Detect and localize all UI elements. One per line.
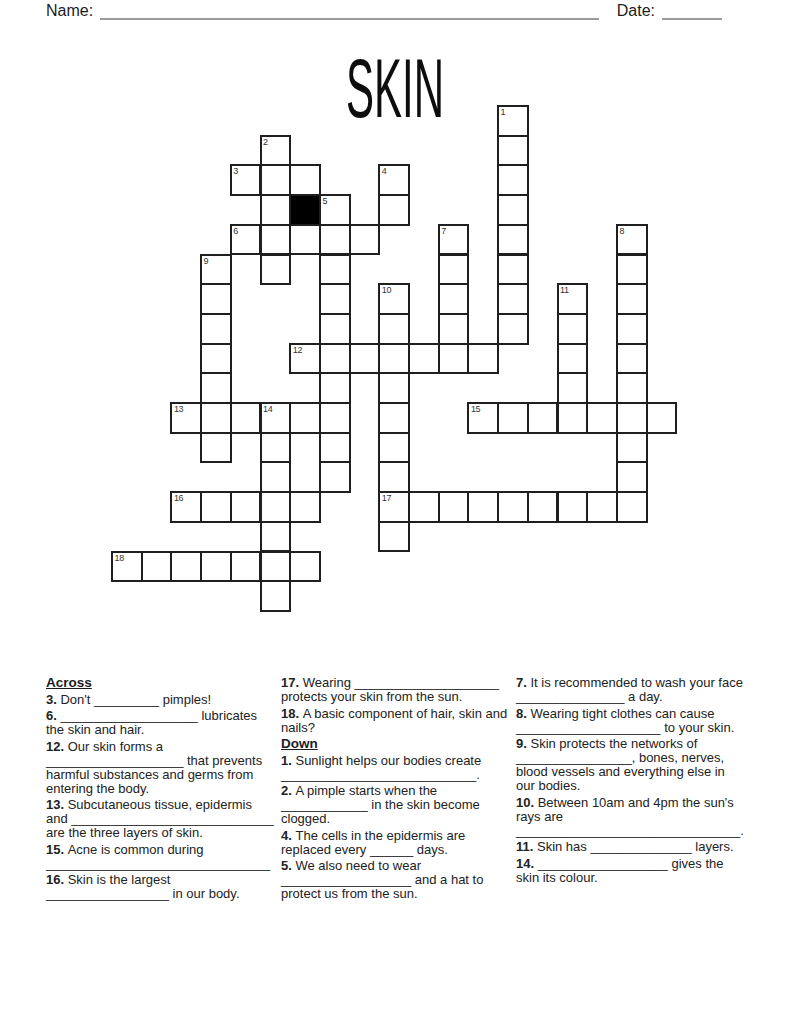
grid-cell[interactable] <box>408 343 440 375</box>
grid-cell[interactable] <box>616 432 648 464</box>
grid-cell[interactable] <box>527 491 559 523</box>
grid-cell[interactable] <box>497 491 529 523</box>
down-heading: Down <box>281 737 509 752</box>
clue-number: 2 <box>263 137 268 147</box>
clue-down-5: 5. We also need to wear ________________… <box>281 859 509 901</box>
clue-across-13: 13. Subcutaneous tissue, epidermis and _… <box>46 798 274 840</box>
grid-cell[interactable] <box>557 402 589 434</box>
clue-down-14: 14. __________________ gives the skin it… <box>516 857 744 885</box>
grid-cell[interactable] <box>378 313 410 345</box>
clue-number: 16 <box>174 493 183 503</box>
clue-down-9: 9. Skin protects the networks of _______… <box>516 737 744 793</box>
clue-across-15: 15. Acne is common during ______________… <box>46 843 274 871</box>
across-heading: Across <box>46 676 274 691</box>
clue-down-8: 8. Wearing tight clothes can cause _____… <box>516 707 744 735</box>
grid-cell[interactable] <box>616 283 648 315</box>
grid-cell[interactable] <box>319 283 351 315</box>
clue-across-16: 16. Skin is the largest ________________… <box>46 873 274 901</box>
grid-cell[interactable] <box>497 402 529 434</box>
grid-cell[interactable]: 5 <box>319 194 351 226</box>
grid-cell[interactable] <box>319 432 351 464</box>
grid-cell[interactable]: 15 <box>467 402 499 434</box>
clue-down-11: 11. Skin has ______________ layers. <box>516 840 744 854</box>
grid-cell[interactable] <box>230 551 262 583</box>
clue-number: 18 <box>115 553 124 563</box>
clue-down-7: 7. It is recommended to wash your face _… <box>516 676 744 704</box>
grid-cell[interactable] <box>319 254 351 286</box>
grid-cell[interactable]: 10 <box>378 283 410 315</box>
clue-number: 3 <box>233 166 238 176</box>
grid-cell[interactable] <box>289 164 321 196</box>
date-label: Date: <box>617 2 662 20</box>
grid-cell[interactable]: 1 <box>497 105 529 137</box>
grid-cell[interactable] <box>497 254 529 286</box>
grid-cell[interactable] <box>200 313 232 345</box>
grid-cell[interactable] <box>200 372 232 404</box>
grid-cell[interactable] <box>319 402 351 434</box>
clue-number: 10 <box>382 285 391 295</box>
clues-column-2: 17. Wearing ____________________ protect… <box>281 676 509 904</box>
grid-cell[interactable]: 7 <box>438 224 470 256</box>
clue-across-12: 12. Our skin forms a ___________________… <box>46 740 274 796</box>
grid-cell[interactable] <box>497 283 529 315</box>
grid-cell[interactable] <box>349 224 381 256</box>
grid-cell[interactable] <box>646 402 678 434</box>
grid-cell[interactable]: 14 <box>260 402 292 434</box>
grid-cell[interactable]: 4 <box>378 164 410 196</box>
grid-cell[interactable] <box>438 313 470 345</box>
name-label: Name: <box>46 2 100 20</box>
grid-cell[interactable]: 16 <box>170 491 202 523</box>
header: Name: Date: <box>46 2 722 20</box>
clue-number: 5 <box>322 196 327 206</box>
grid-cell[interactable] <box>319 461 351 493</box>
grid-cell[interactable] <box>527 402 559 434</box>
grid-cell[interactable] <box>438 283 470 315</box>
grid-cell[interactable] <box>378 402 410 434</box>
grid-cell[interactable] <box>378 372 410 404</box>
grid-cell[interactable] <box>497 313 529 345</box>
clues-column-3: 7. It is recommended to wash your face _… <box>516 676 744 904</box>
grid-cell[interactable]: 8 <box>616 224 648 256</box>
clue-number: 17 <box>382 493 391 503</box>
grid-cell[interactable]: 2 <box>260 135 292 167</box>
clue-across-18: 18. A basic component of hair, skin and … <box>281 707 509 735</box>
grid-cell[interactable]: 11 <box>557 283 589 315</box>
clue-number: 8 <box>619 226 624 236</box>
grid-cell[interactable] <box>260 194 292 226</box>
name-input-line[interactable] <box>100 4 599 20</box>
clue-across-17: 17. Wearing ____________________ protect… <box>281 676 509 704</box>
grid-cell[interactable] <box>260 164 292 196</box>
clue-number: 9 <box>204 256 209 266</box>
grid-cell[interactable] <box>497 135 529 167</box>
grid-cell[interactable]: 12 <box>289 343 321 375</box>
date-input-line[interactable] <box>662 4 722 20</box>
grid-cell[interactable]: 13 <box>170 402 202 434</box>
clue-number: 13 <box>174 404 183 414</box>
grid-cell[interactable] <box>170 551 202 583</box>
clue-number: 6 <box>233 226 238 236</box>
grid-cell[interactable] <box>319 313 351 345</box>
clue-across-6: 6. ___________________ lubricates the sk… <box>46 709 274 737</box>
grid-cell[interactable] <box>319 224 351 256</box>
grid-cell[interactable] <box>141 551 173 583</box>
grid-cell[interactable] <box>378 432 410 464</box>
grid-cell[interactable] <box>260 461 292 493</box>
clue-down-10: 10. Between 10am and 4pm the sun's rays … <box>516 796 744 838</box>
grid-cell[interactable] <box>557 313 589 345</box>
grid-cell[interactable] <box>319 343 351 375</box>
clue-number: 15 <box>471 404 480 414</box>
grid-cell[interactable] <box>497 194 529 226</box>
clue-number: 7 <box>441 226 446 236</box>
grid-cell[interactable] <box>497 224 529 256</box>
grid-cell[interactable] <box>260 224 292 256</box>
grid-cell[interactable]: 18 <box>111 551 143 583</box>
grid-cell[interactable] <box>260 432 292 464</box>
grid-cell[interactable] <box>349 343 381 375</box>
clue-down-2: 2. A pimple starts when the ____________… <box>281 784 509 826</box>
grid-cell[interactable] <box>378 343 410 375</box>
grid-cell[interactable] <box>616 491 648 523</box>
grid-cell[interactable] <box>200 491 232 523</box>
clue-down-1: 1. Sunlight helps our bodies create ____… <box>281 754 509 782</box>
grid-cell[interactable] <box>319 372 351 404</box>
clue-number: 4 <box>382 166 387 176</box>
grid-cell[interactable] <box>260 491 292 523</box>
grid-cell[interactable] <box>200 402 232 434</box>
grid-cell[interactable]: 17 <box>378 491 410 523</box>
grid-cell[interactable] <box>200 432 232 464</box>
grid-cell[interactable] <box>616 254 648 286</box>
clues-section: Across3. Don't _________ pimples!6. ____… <box>46 676 744 904</box>
grid-cell[interactable] <box>616 313 648 345</box>
grid-cell[interactable] <box>557 372 589 404</box>
grid-cell[interactable] <box>467 343 499 375</box>
grid-cell[interactable] <box>408 491 440 523</box>
grid-cell[interactable] <box>200 343 232 375</box>
grid-cell[interactable]: 9 <box>200 254 232 286</box>
grid-cell[interactable] <box>616 461 648 493</box>
grid-cell[interactable] <box>260 254 292 286</box>
grid-cell[interactable]: 6 <box>230 224 262 256</box>
grid-cell[interactable] <box>230 402 262 434</box>
grid-cell[interactable] <box>497 164 529 196</box>
clue-number: 12 <box>293 345 302 355</box>
grid-cell[interactable]: 3 <box>230 164 262 196</box>
grid-cell[interactable] <box>586 402 618 434</box>
clue-number: 11 <box>560 285 569 295</box>
clue-across-3: 3. Don't _________ pimples! <box>46 693 274 707</box>
grid-cell[interactable] <box>200 551 232 583</box>
grid-cell[interactable] <box>230 491 262 523</box>
clue-number: 14 <box>263 404 272 414</box>
grid-cell[interactable] <box>289 224 321 256</box>
black-cell <box>289 194 321 226</box>
clue-down-4: 4. The cells in the epidermis are replac… <box>281 829 509 857</box>
grid-cell[interactable] <box>616 372 648 404</box>
grid-cell[interactable] <box>289 551 321 583</box>
grid-cell[interactable] <box>438 254 470 286</box>
grid-cell[interactable] <box>378 521 410 553</box>
grid-cell[interactable] <box>438 491 470 523</box>
grid-cell[interactable] <box>557 491 589 523</box>
grid-cell[interactable] <box>289 402 321 434</box>
grid-cell[interactable] <box>586 491 618 523</box>
grid-cell[interactable] <box>260 551 292 583</box>
grid-cell[interactable] <box>616 402 648 434</box>
worksheet-page: Name: Date: SKIN 12345678910111213141516… <box>0 0 791 1024</box>
grid-cell[interactable] <box>200 283 232 315</box>
clue-number: 1 <box>501 107 506 117</box>
grid-cell[interactable] <box>467 491 499 523</box>
grid-cell[interactable] <box>289 491 321 523</box>
grid-cell[interactable] <box>378 461 410 493</box>
clues-column-1: Across3. Don't _________ pimples!6. ____… <box>46 676 274 904</box>
grid-cell[interactable] <box>260 521 292 553</box>
crossword-grid: 123456789101112131415161718 <box>111 105 678 612</box>
grid-cell[interactable] <box>260 580 292 612</box>
grid-cell[interactable] <box>616 343 648 375</box>
grid-cell[interactable] <box>438 343 470 375</box>
grid-cell[interactable] <box>378 194 410 226</box>
grid-cell[interactable] <box>557 343 589 375</box>
